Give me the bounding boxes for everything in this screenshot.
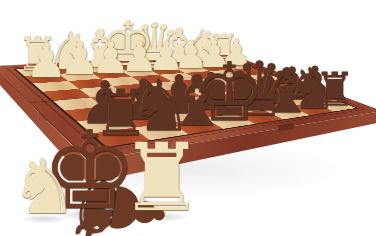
piece-white-pawn: ♟ xyxy=(25,38,67,85)
loose-piece-white-rook: ♜ xyxy=(120,131,204,225)
loose-piece-white-knight: ♞ xyxy=(10,149,78,225)
chess-set-photo: ♜♞♝♚♛♝♞♜♟♟♟♟♟♟♟♟♟♟♟♟♟♟♟♟♜♞♝♚♛♝♞♜♞♚♞♟♜ xyxy=(0,0,376,236)
